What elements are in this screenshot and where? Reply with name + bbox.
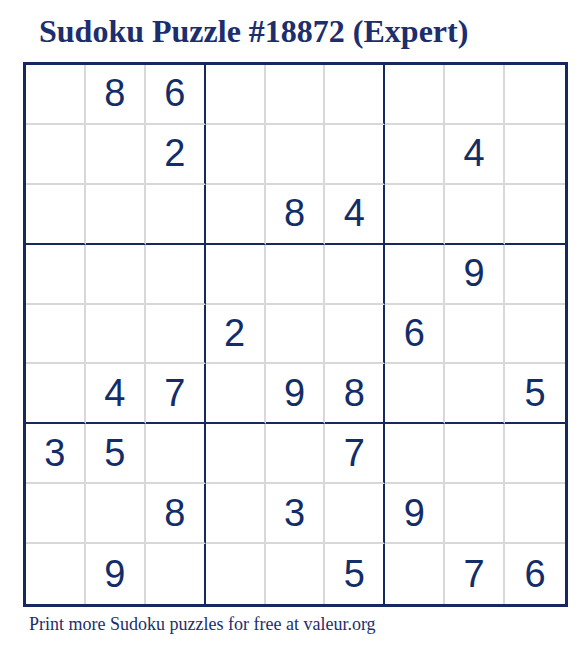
sudoku-cell-empty[interactable] bbox=[445, 424, 505, 484]
sudoku-cell-given: 6 bbox=[505, 544, 565, 604]
sudoku-cell-empty[interactable] bbox=[206, 125, 266, 185]
sudoku-cell-empty[interactable] bbox=[266, 424, 326, 484]
sudoku-cell-empty[interactable] bbox=[86, 305, 146, 365]
sudoku-cell-empty[interactable] bbox=[86, 245, 146, 305]
sudoku-cell-empty[interactable] bbox=[206, 544, 266, 604]
sudoku-board: 862484926479853578399576 bbox=[23, 62, 568, 607]
sudoku-cell-given: 2 bbox=[146, 125, 206, 185]
sudoku-cell-empty[interactable] bbox=[325, 65, 385, 125]
sudoku-cell-given: 3 bbox=[26, 424, 86, 484]
sudoku-cell-empty[interactable] bbox=[26, 544, 86, 604]
sudoku-cell-empty[interactable] bbox=[206, 245, 266, 305]
sudoku-cell-empty[interactable] bbox=[505, 245, 565, 305]
sudoku-cell-given: 9 bbox=[385, 484, 445, 544]
sudoku-cell-empty[interactable] bbox=[505, 185, 565, 245]
sudoku-cell-empty[interactable] bbox=[385, 125, 445, 185]
sudoku-cell-empty[interactable] bbox=[505, 424, 565, 484]
sudoku-cell-given: 2 bbox=[206, 305, 266, 365]
sudoku-cell-empty[interactable] bbox=[26, 305, 86, 365]
sudoku-cell-given: 6 bbox=[146, 65, 206, 125]
page-title: Sudoku Puzzle #18872 (Expert) bbox=[39, 12, 468, 50]
sudoku-cell-empty[interactable] bbox=[385, 245, 445, 305]
sudoku-cell-given: 5 bbox=[505, 364, 565, 424]
sudoku-cell-given: 8 bbox=[146, 484, 206, 544]
sudoku-cell-given: 9 bbox=[266, 364, 326, 424]
sudoku-cell-empty[interactable] bbox=[385, 544, 445, 604]
sudoku-cell-empty[interactable] bbox=[385, 424, 445, 484]
footer-text: Print more Sudoku puzzles for free at va… bbox=[29, 612, 376, 636]
sudoku-cell-empty[interactable] bbox=[86, 185, 146, 245]
sudoku-cell-empty[interactable] bbox=[325, 484, 385, 544]
sudoku-cell-given: 9 bbox=[86, 544, 146, 604]
sudoku-cell-given: 4 bbox=[86, 364, 146, 424]
sudoku-cell-given: 8 bbox=[266, 185, 326, 245]
sudoku-cell-empty[interactable] bbox=[266, 544, 326, 604]
sudoku-cell-given: 4 bbox=[325, 185, 385, 245]
sudoku-cell-empty[interactable] bbox=[26, 125, 86, 185]
sudoku-cell-given: 7 bbox=[325, 424, 385, 484]
sudoku-cell-empty[interactable] bbox=[325, 305, 385, 365]
sudoku-cell-empty[interactable] bbox=[146, 424, 206, 484]
sudoku-cell-empty[interactable] bbox=[146, 245, 206, 305]
sudoku-cell-empty[interactable] bbox=[26, 364, 86, 424]
sudoku-cell-empty[interactable] bbox=[445, 185, 505, 245]
sudoku-cell-given: 8 bbox=[325, 364, 385, 424]
sudoku-cell-empty[interactable] bbox=[325, 245, 385, 305]
sudoku-cell-empty[interactable] bbox=[86, 125, 146, 185]
sudoku-cell-empty[interactable] bbox=[146, 544, 206, 604]
sudoku-cell-empty[interactable] bbox=[26, 185, 86, 245]
sudoku-cell-empty[interactable] bbox=[445, 484, 505, 544]
sudoku-cell-empty[interactable] bbox=[505, 125, 565, 185]
sudoku-cell-empty[interactable] bbox=[146, 185, 206, 245]
sudoku-cell-empty[interactable] bbox=[505, 65, 565, 125]
sudoku-cell-empty[interactable] bbox=[325, 125, 385, 185]
sudoku-cell-empty[interactable] bbox=[206, 484, 266, 544]
sudoku-cell-given: 9 bbox=[445, 245, 505, 305]
sudoku-cell-empty[interactable] bbox=[266, 245, 326, 305]
sudoku-cell-empty[interactable] bbox=[385, 65, 445, 125]
sudoku-cell-given: 5 bbox=[86, 424, 146, 484]
sudoku-cell-empty[interactable] bbox=[385, 364, 445, 424]
sudoku-cell-empty[interactable] bbox=[206, 424, 266, 484]
sudoku-cell-empty[interactable] bbox=[266, 305, 326, 365]
sudoku-cell-given: 7 bbox=[445, 544, 505, 604]
sudoku-cell-empty[interactable] bbox=[505, 305, 565, 365]
sudoku-cell-empty[interactable] bbox=[505, 484, 565, 544]
sudoku-cell-given: 6 bbox=[385, 305, 445, 365]
sudoku-cell-empty[interactable] bbox=[26, 245, 86, 305]
sudoku-cell-empty[interactable] bbox=[26, 65, 86, 125]
sudoku-cell-empty[interactable] bbox=[445, 305, 505, 365]
sudoku-cell-empty[interactable] bbox=[26, 484, 86, 544]
sudoku-cell-given: 4 bbox=[445, 125, 505, 185]
sudoku-cell-given: 8 bbox=[86, 65, 146, 125]
sudoku-cell-given: 5 bbox=[325, 544, 385, 604]
sudoku-cell-empty[interactable] bbox=[385, 185, 445, 245]
sudoku-cell-empty[interactable] bbox=[86, 484, 146, 544]
sudoku-cell-empty[interactable] bbox=[206, 185, 266, 245]
sudoku-cell-empty[interactable] bbox=[146, 305, 206, 365]
sudoku-cell-empty[interactable] bbox=[206, 65, 266, 125]
sudoku-cell-empty[interactable] bbox=[266, 125, 326, 185]
sudoku-cell-given: 3 bbox=[266, 484, 326, 544]
sudoku-cell-empty[interactable] bbox=[206, 364, 266, 424]
sudoku-cell-empty[interactable] bbox=[445, 364, 505, 424]
sudoku-cell-empty[interactable] bbox=[445, 65, 505, 125]
sudoku-cell-empty[interactable] bbox=[266, 65, 326, 125]
sudoku-cell-given: 7 bbox=[146, 364, 206, 424]
